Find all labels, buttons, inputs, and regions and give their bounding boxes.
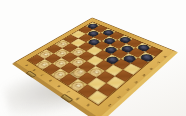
- photo-stage: ⛂⛂⛂⛂⛂⛂⛂⛂⛂⛂⛂⛂⛀⛀⛀⛀⛀⛀⛀⛁⛀⛀⛀ abcdefgh 8765432…: [0, 0, 186, 116]
- rank-label: 1: [104, 100, 116, 110]
